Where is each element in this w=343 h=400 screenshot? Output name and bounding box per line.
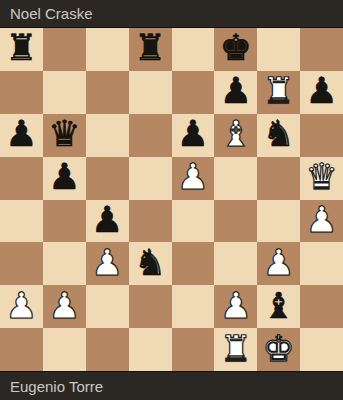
- square-d3[interactable]: ♞: [129, 242, 172, 285]
- square-b1[interactable]: [43, 328, 86, 371]
- square-e5[interactable]: ♟: [172, 157, 215, 200]
- square-e4[interactable]: [172, 200, 215, 243]
- square-d2[interactable]: [129, 285, 172, 328]
- square-c2[interactable]: [86, 285, 129, 328]
- square-f8[interactable]: ♚: [214, 28, 257, 71]
- square-h8[interactable]: [300, 28, 343, 71]
- square-a3[interactable]: [0, 242, 43, 285]
- square-b4[interactable]: [43, 200, 86, 243]
- black-queen: ♛: [48, 116, 80, 152]
- white-pawn: ♟: [220, 288, 252, 324]
- bottom-player-bar: Eugenio Torre: [0, 371, 343, 400]
- square-b2[interactable]: ♟: [43, 285, 86, 328]
- square-b8[interactable]: [43, 28, 86, 71]
- square-h5[interactable]: ♛: [300, 157, 343, 200]
- black-knight: ♞: [263, 116, 295, 152]
- white-pawn: ♟: [177, 159, 209, 195]
- white-pawn: ♟: [48, 288, 80, 324]
- square-h7[interactable]: ♟: [300, 71, 343, 114]
- white-bishop: ♝: [220, 116, 252, 152]
- black-pawn: ♟: [220, 73, 252, 109]
- white-queen: ♛: [305, 159, 337, 195]
- white-pawn: ♟: [263, 245, 295, 281]
- square-c1[interactable]: [86, 328, 129, 371]
- square-g5[interactable]: [257, 157, 300, 200]
- square-h4[interactable]: ♟: [300, 200, 343, 243]
- square-c5[interactable]: [86, 157, 129, 200]
- white-rook: ♜: [263, 73, 295, 109]
- square-d6[interactable]: [129, 114, 172, 157]
- square-f4[interactable]: [214, 200, 257, 243]
- square-d7[interactable]: [129, 71, 172, 114]
- square-d1[interactable]: [129, 328, 172, 371]
- square-g2[interactable]: ♝: [257, 285, 300, 328]
- square-g7[interactable]: ♜: [257, 71, 300, 114]
- square-a1[interactable]: [0, 328, 43, 371]
- black-pawn: ♟: [91, 202, 123, 238]
- bottom-player-name: Eugenio Torre: [10, 378, 103, 395]
- square-h2[interactable]: [300, 285, 343, 328]
- square-g1[interactable]: ♚: [257, 328, 300, 371]
- black-pawn: ♟: [177, 116, 209, 152]
- square-d8[interactable]: ♜: [129, 28, 172, 71]
- square-f3[interactable]: [214, 242, 257, 285]
- square-f5[interactable]: [214, 157, 257, 200]
- square-d4[interactable]: [129, 200, 172, 243]
- black-rook: ♜: [134, 30, 166, 66]
- square-f6[interactable]: ♝: [214, 114, 257, 157]
- black-pawn: ♟: [305, 73, 337, 109]
- square-g4[interactable]: [257, 200, 300, 243]
- black-king: ♚: [220, 30, 252, 66]
- chess-board: ♜♜♚♟♜♟♟♛♟♝♞♟♟♛♟♟♟♞♟♟♟♟♝♜♚: [0, 28, 343, 371]
- chess-game-widget: Noel Craske ♜♜♚♟♜♟♟♛♟♝♞♟♟♛♟♟♟♞♟♟♟♟♝♜♚ Eu…: [0, 0, 343, 400]
- square-g8[interactable]: [257, 28, 300, 71]
- square-b5[interactable]: ♟: [43, 157, 86, 200]
- square-e1[interactable]: [172, 328, 215, 371]
- square-f2[interactable]: ♟: [214, 285, 257, 328]
- square-a6[interactable]: ♟: [0, 114, 43, 157]
- square-e3[interactable]: [172, 242, 215, 285]
- square-g3[interactable]: ♟: [257, 242, 300, 285]
- square-a2[interactable]: ♟: [0, 285, 43, 328]
- square-e6[interactable]: ♟: [172, 114, 215, 157]
- white-rook: ♜: [220, 331, 252, 367]
- black-bishop: ♝: [263, 288, 295, 324]
- square-f7[interactable]: ♟: [214, 71, 257, 114]
- top-player-bar: Noel Craske: [0, 0, 343, 28]
- square-c8[interactable]: [86, 28, 129, 71]
- square-c4[interactable]: ♟: [86, 200, 129, 243]
- black-pawn: ♟: [5, 116, 37, 152]
- black-knight: ♞: [134, 245, 166, 281]
- square-f1[interactable]: ♜: [214, 328, 257, 371]
- white-pawn: ♟: [5, 288, 37, 324]
- square-h6[interactable]: [300, 114, 343, 157]
- square-b6[interactable]: ♛: [43, 114, 86, 157]
- square-h3[interactable]: [300, 242, 343, 285]
- square-a4[interactable]: [0, 200, 43, 243]
- square-c7[interactable]: [86, 71, 129, 114]
- square-a5[interactable]: [0, 157, 43, 200]
- white-king: ♚: [263, 331, 295, 367]
- white-pawn: ♟: [91, 245, 123, 281]
- square-e2[interactable]: [172, 285, 215, 328]
- black-rook: ♜: [5, 30, 37, 66]
- square-e7[interactable]: [172, 71, 215, 114]
- top-player-name: Noel Craske: [10, 5, 93, 22]
- square-e8[interactable]: [172, 28, 215, 71]
- square-a8[interactable]: ♜: [0, 28, 43, 71]
- square-c3[interactable]: ♟: [86, 242, 129, 285]
- square-d5[interactable]: [129, 157, 172, 200]
- black-pawn: ♟: [48, 159, 80, 195]
- white-pawn: ♟: [305, 202, 337, 238]
- square-b7[interactable]: [43, 71, 86, 114]
- square-c6[interactable]: [86, 114, 129, 157]
- square-g6[interactable]: ♞: [257, 114, 300, 157]
- square-h1[interactable]: [300, 328, 343, 371]
- square-b3[interactable]: [43, 242, 86, 285]
- square-a7[interactable]: [0, 71, 43, 114]
